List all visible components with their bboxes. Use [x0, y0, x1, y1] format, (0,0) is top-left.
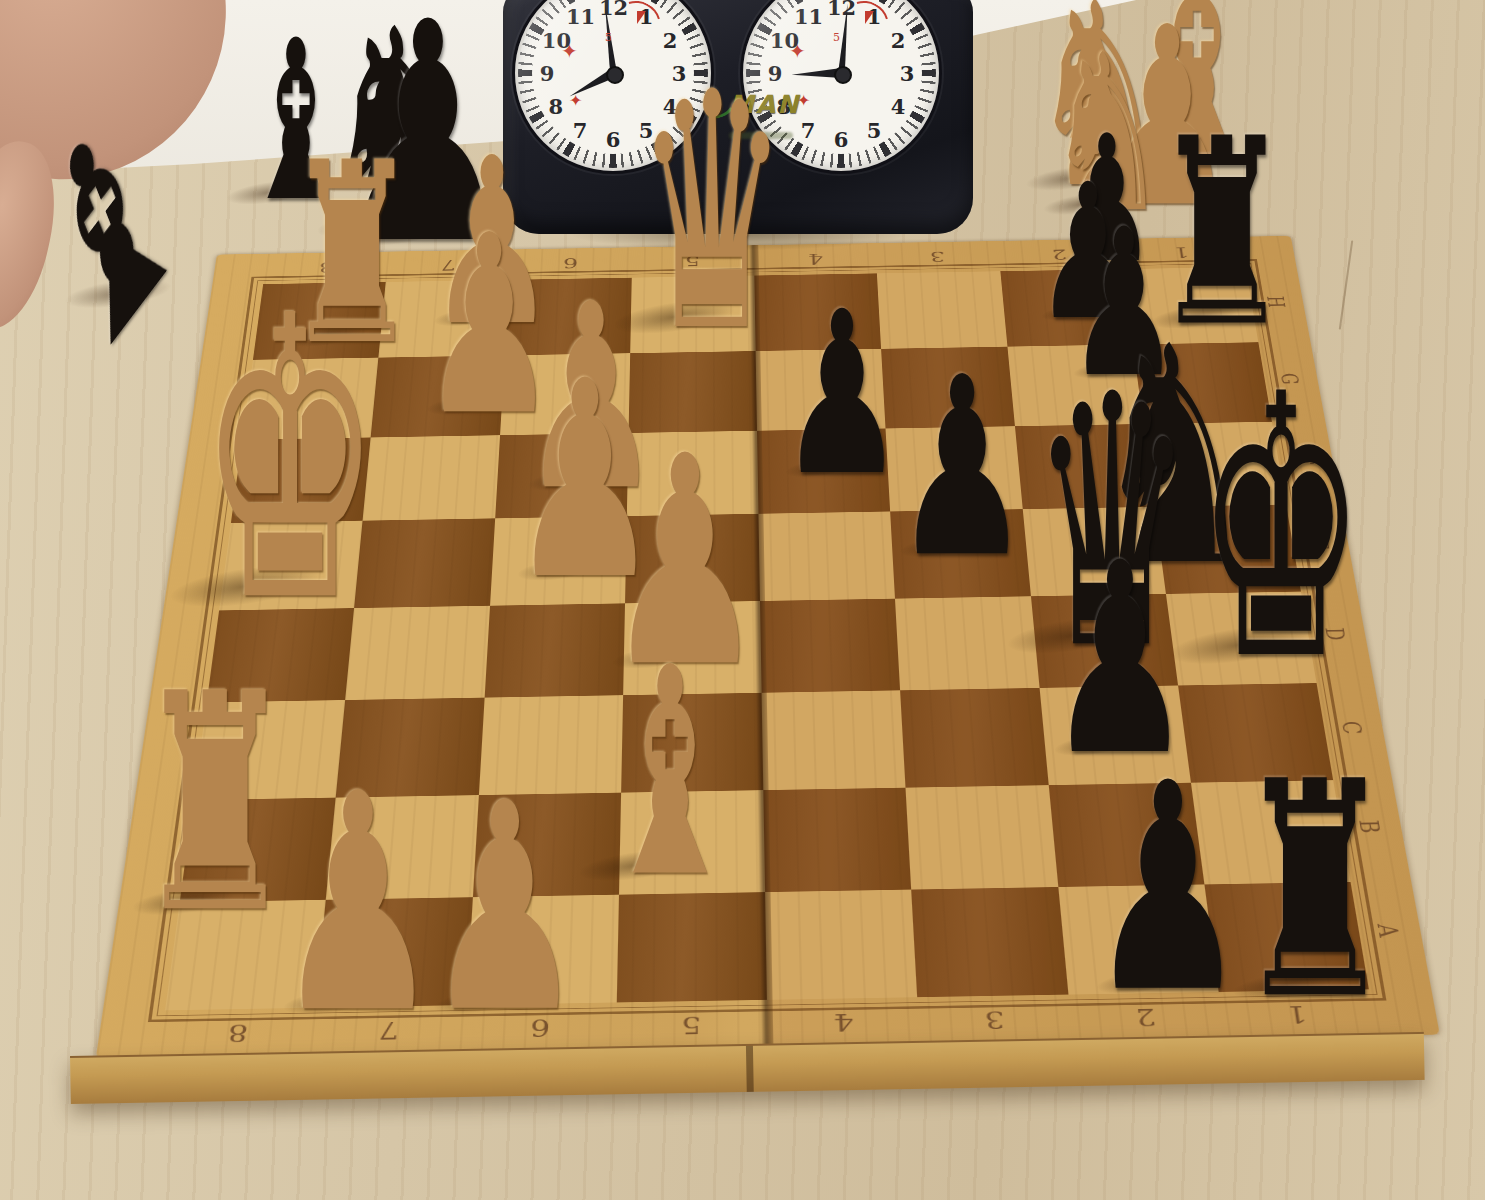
piece-white-pawn-a6[interactable]: ♟ — [505, 1045, 762, 1200]
piece-black-rook-a1[interactable]: ♜ — [1315, 1032, 1485, 1200]
near-rank-label-3: 3 — [962, 1005, 1027, 1033]
far-rank-label-3: 3 — [911, 248, 963, 265]
